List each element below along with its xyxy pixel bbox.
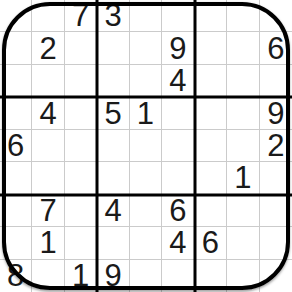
cell-r6c6[interactable] [162,162,194,194]
cell-r8c6[interactable]: 4 [162,227,194,259]
cell-r8c5[interactable] [130,227,162,259]
cell-r7c4[interactable]: 4 [97,195,129,227]
cell-r9c3[interactable]: 1 [65,260,97,292]
cell-r5c2[interactable] [32,130,64,162]
cell-r1c4[interactable]: 3 [97,0,129,32]
cell-r7c6[interactable]: 6 [162,195,194,227]
cell-r5c9[interactable]: 2 [260,130,292,162]
cell-r6c5[interactable] [130,162,162,194]
cell-r4c4[interactable]: 5 [97,97,129,129]
cell-r1c5[interactable] [130,0,162,32]
cell-r8c7[interactable]: 6 [195,227,227,259]
cell-r1c2[interactable] [32,0,64,32]
cell-r4c9[interactable]: 9 [260,97,292,129]
cell-r8c2[interactable]: 1 [32,227,64,259]
cell-r2c3[interactable] [65,32,97,64]
cell-r3c1[interactable] [0,65,32,97]
cell-r6c3[interactable] [65,162,97,194]
cell-r4c5[interactable]: 1 [130,97,162,129]
cell-r3c2[interactable] [32,65,64,97]
cell-r5c3[interactable] [65,130,97,162]
cell-r9c2[interactable] [32,260,64,292]
cell-r8c1[interactable] [0,227,32,259]
cell-r6c7[interactable] [195,162,227,194]
cell-r4c2[interactable]: 4 [32,97,64,129]
cell-r2c7[interactable] [195,32,227,64]
cell-r5c7[interactable] [195,130,227,162]
cell-r6c8[interactable]: 1 [227,162,259,194]
cell-r7c8[interactable] [227,195,259,227]
cell-r8c3[interactable] [65,227,97,259]
cell-r4c3[interactable] [65,97,97,129]
cell-r2c9[interactable]: 6 [260,32,292,64]
sudoku-app-icon: 7329644519621746146819 [0,0,292,292]
cell-r3c7[interactable] [195,65,227,97]
cell-r3c4[interactable] [97,65,129,97]
cell-r9c4[interactable]: 9 [97,260,129,292]
cell-r6c9[interactable] [260,162,292,194]
cell-r5c4[interactable] [97,130,129,162]
cell-r9c5[interactable] [130,260,162,292]
cell-r2c1[interactable] [0,32,32,64]
cell-r7c9[interactable] [260,195,292,227]
cell-r1c6[interactable] [162,0,194,32]
cell-r1c9[interactable] [260,0,292,32]
cell-r4c8[interactable] [227,97,259,129]
cell-r2c8[interactable] [227,32,259,64]
cell-r7c1[interactable] [0,195,32,227]
cell-r8c9[interactable] [260,227,292,259]
cell-r1c1[interactable] [0,0,32,32]
cell-r2c6[interactable]: 9 [162,32,194,64]
cell-r9c8[interactable] [227,260,259,292]
cell-r9c1[interactable]: 8 [0,260,32,292]
cell-r5c1[interactable]: 6 [0,130,32,162]
cell-r2c5[interactable] [130,32,162,64]
cell-r3c6[interactable]: 4 [162,65,194,97]
cell-r8c8[interactable] [227,227,259,259]
cell-r2c2[interactable]: 2 [32,32,64,64]
cell-r9c7[interactable] [195,260,227,292]
cell-r6c4[interactable] [97,162,129,194]
cell-r4c7[interactable] [195,97,227,129]
cell-r7c2[interactable]: 7 [32,195,64,227]
cell-r7c3[interactable] [65,195,97,227]
cell-r7c7[interactable] [195,195,227,227]
cell-r2c4[interactable] [97,32,129,64]
cell-r9c6[interactable] [162,260,194,292]
cell-r6c2[interactable] [32,162,64,194]
cell-r5c6[interactable] [162,130,194,162]
cell-r4c1[interactable] [0,97,32,129]
cell-r5c8[interactable] [227,130,259,162]
cell-r8c4[interactable] [97,227,129,259]
cell-r1c8[interactable] [227,0,259,32]
cell-r6c1[interactable] [0,162,32,194]
sudoku-board: 7329644519621746146819 [0,0,292,292]
cell-r5c5[interactable] [130,130,162,162]
cell-r7c5[interactable] [130,195,162,227]
cell-r3c9[interactable] [260,65,292,97]
cell-r3c8[interactable] [227,65,259,97]
cell-r1c7[interactable] [195,0,227,32]
cell-r3c5[interactable] [130,65,162,97]
cell-r4c6[interactable] [162,97,194,129]
cell-r9c9[interactable] [260,260,292,292]
cell-r1c3[interactable]: 7 [65,0,97,32]
cell-r3c3[interactable] [65,65,97,97]
